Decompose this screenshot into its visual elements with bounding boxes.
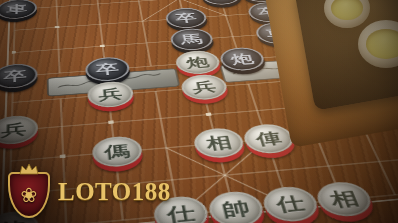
piece-red-elephant[interactable]: 相 bbox=[312, 180, 377, 218]
piece-black-horse[interactable]: 馬 bbox=[199, 0, 243, 6]
piece-red-cannon[interactable]: 炮 bbox=[174, 49, 223, 75]
piece-red-elephant[interactable]: 相 bbox=[191, 127, 247, 160]
crown-icon bbox=[18, 163, 40, 175]
loto188-logo[interactable]: ❀ LOTO188 bbox=[8, 166, 171, 218]
piece-black-cannon[interactable]: 炮 bbox=[218, 46, 268, 72]
piece-red-soldier[interactable]: 兵 bbox=[0, 114, 38, 146]
tea-surface bbox=[331, 0, 363, 20]
piece-black-soldier[interactable]: 卒 bbox=[85, 56, 131, 83]
piece-red-soldier[interactable]: 兵 bbox=[87, 80, 135, 109]
piece-black-chariot[interactable]: 車 bbox=[0, 0, 37, 20]
lotus-icon: ❀ bbox=[21, 183, 38, 207]
piece-black-soldier[interactable]: 卒 bbox=[164, 7, 209, 30]
piece-black-horse[interactable]: 馬 bbox=[169, 27, 216, 51]
shield-icon: ❀ bbox=[8, 172, 50, 218]
piece-red-horse[interactable]: 傌 bbox=[91, 135, 144, 169]
logo-text: LOTO188 bbox=[58, 178, 171, 206]
piece-red-soldier[interactable]: 兵 bbox=[179, 73, 230, 101]
piece-red-general[interactable]: 帥 bbox=[206, 190, 267, 223]
piece-red-advisor[interactable]: 仕 bbox=[259, 185, 322, 223]
xiangqi-promo-scene: 士將車馬炮卒卒馬車卒卒炮炮兵兵兵兵傌傌相俥俥仕帥仕相 ❀ LOTO188 bbox=[0, 0, 398, 223]
piece-black-soldier[interactable]: 卒 bbox=[0, 63, 38, 90]
tea-surface bbox=[366, 29, 398, 59]
